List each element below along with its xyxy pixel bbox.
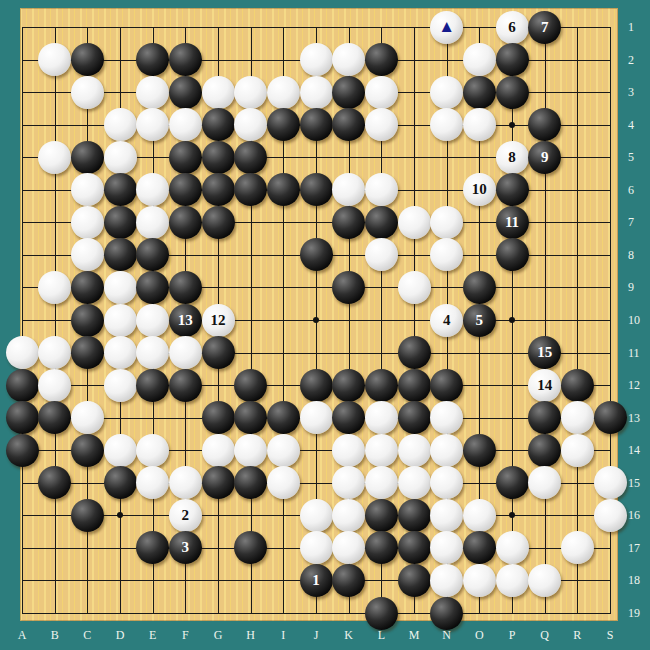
row-label-18: 18 xyxy=(628,573,640,588)
row-label-2: 2 xyxy=(628,52,634,67)
row-label-6: 6 xyxy=(628,182,634,197)
column-label-D: D xyxy=(116,628,125,643)
row-label-11: 11 xyxy=(628,345,640,360)
column-label-B: B xyxy=(51,628,59,643)
row-label-3: 3 xyxy=(628,85,634,100)
row-label-4: 4 xyxy=(628,117,634,132)
column-label-G: G xyxy=(214,628,223,643)
go-board-frame: ▲678910111312451514231 ABCDEFGHIJKLMNOPQ… xyxy=(0,0,650,650)
row-label-15: 15 xyxy=(628,475,640,490)
column-label-N: N xyxy=(442,628,451,643)
column-label-S: S xyxy=(607,628,614,643)
coordinates-layer: ABCDEFGHIJKLMNOPQRS123456789101112131415… xyxy=(0,0,650,650)
row-label-10: 10 xyxy=(628,313,640,328)
row-label-13: 13 xyxy=(628,410,640,425)
row-label-7: 7 xyxy=(628,215,634,230)
column-label-J: J xyxy=(314,628,319,643)
column-label-Q: Q xyxy=(540,628,549,643)
row-label-17: 17 xyxy=(628,540,640,555)
column-label-L: L xyxy=(378,628,385,643)
column-label-A: A xyxy=(18,628,27,643)
column-label-K: K xyxy=(344,628,353,643)
row-label-9: 9 xyxy=(628,280,634,295)
column-label-I: I xyxy=(281,628,285,643)
column-label-E: E xyxy=(149,628,156,643)
column-label-P: P xyxy=(509,628,516,643)
column-label-R: R xyxy=(573,628,581,643)
row-label-14: 14 xyxy=(628,443,640,458)
column-label-F: F xyxy=(182,628,189,643)
column-label-M: M xyxy=(409,628,420,643)
column-label-H: H xyxy=(246,628,255,643)
row-label-1: 1 xyxy=(628,20,634,35)
column-label-C: C xyxy=(83,628,91,643)
row-label-5: 5 xyxy=(628,150,634,165)
row-label-16: 16 xyxy=(628,508,640,523)
column-label-O: O xyxy=(475,628,484,643)
row-label-19: 19 xyxy=(628,606,640,621)
row-label-12: 12 xyxy=(628,378,640,393)
row-label-8: 8 xyxy=(628,247,634,262)
